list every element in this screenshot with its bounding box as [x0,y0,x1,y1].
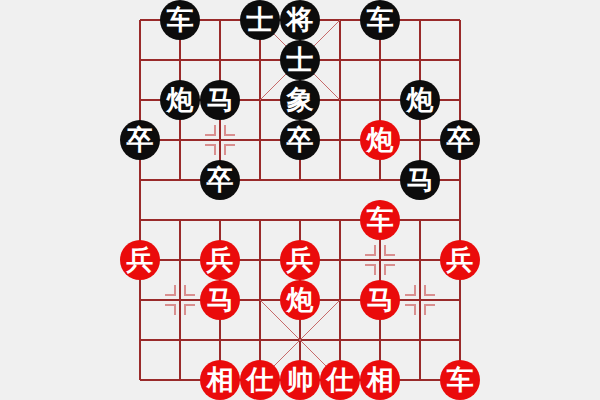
piece-red-advisor[interactable]: 仕 [240,360,280,400]
piece-red-chariot[interactable]: 车 [440,360,480,400]
piece-black-cannon[interactable]: 炮 [160,80,200,120]
piece-black-pawn[interactable]: 卒 [120,120,160,160]
piece-red-cannon[interactable]: 炮 [280,280,320,320]
piece-black-advisor[interactable]: 士 [240,0,280,40]
piece-black-cannon[interactable]: 炮 [400,80,440,120]
piece-red-advisor[interactable]: 仕 [320,360,360,400]
piece-black-advisor[interactable]: 士 [280,40,320,80]
piece-red-pawn[interactable]: 兵 [440,240,480,280]
piece-black-pawn[interactable]: 卒 [440,120,480,160]
piece-red-elephant[interactable]: 相 [360,360,400,400]
piece-black-general[interactable]: 将 [280,0,320,40]
piece-black-chariot[interactable]: 车 [360,0,400,40]
piece-black-horse[interactable]: 马 [200,80,240,120]
piece-red-chariot[interactable]: 车 [360,200,400,240]
xiangqi-board: 车士将车士炮马象炮卒卒炮卒卒马车兵兵兵兵马炮马相仕帅仕相车 [0,0,600,400]
piece-black-chariot[interactable]: 车 [160,0,200,40]
piece-red-horse[interactable]: 马 [360,280,400,320]
piece-red-cannon[interactable]: 炮 [360,120,400,160]
piece-red-general[interactable]: 帅 [280,360,320,400]
piece-red-horse[interactable]: 马 [200,280,240,320]
piece-red-pawn[interactable]: 兵 [280,240,320,280]
piece-red-elephant[interactable]: 相 [200,360,240,400]
board-grid: 车士将车士炮马象炮卒卒炮卒卒马车兵兵兵兵马炮马相仕帅仕相车 [120,0,480,400]
piece-black-horse[interactable]: 马 [400,160,440,200]
piece-red-pawn[interactable]: 兵 [200,240,240,280]
piece-red-pawn[interactable]: 兵 [120,240,160,280]
piece-black-elephant[interactable]: 象 [280,80,320,120]
piece-black-pawn[interactable]: 卒 [200,160,240,200]
piece-black-pawn[interactable]: 卒 [280,120,320,160]
